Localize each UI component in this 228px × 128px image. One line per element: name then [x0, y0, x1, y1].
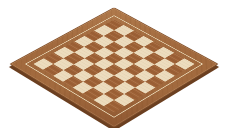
chess-board: [9, 7, 218, 127]
photo-background: [0, 0, 228, 128]
board-squares: [33, 20, 194, 113]
